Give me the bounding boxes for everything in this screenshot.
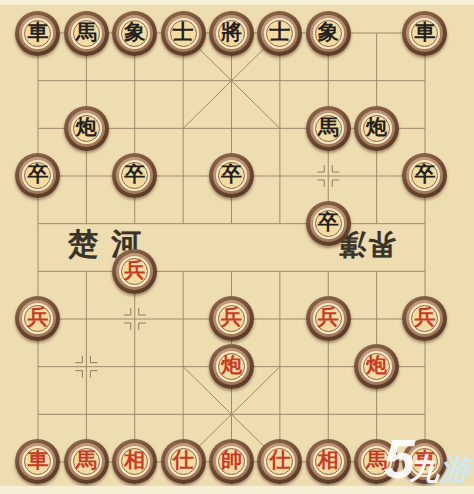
piece-ring: 炮 (216, 351, 247, 382)
piece-rim: 象 (310, 15, 347, 52)
piece-character: 馬 (318, 117, 339, 138)
board[interactable]: 車馬象士將士象車炮馬炮卒卒卒卒卒兵兵兵兵兵炮炮車馬相仕帥仕相馬車 (14, 9, 449, 486)
piece-ring: 炮 (71, 113, 102, 144)
piece-red-elephant[interactable]: 相 (306, 439, 351, 484)
piece-character: 炮 (366, 355, 387, 376)
piece-red-soldier[interactable]: 兵 (306, 296, 351, 341)
piece-ring: 卒 (216, 160, 247, 191)
piece-red-horse[interactable]: 馬 (64, 439, 109, 484)
piece-rim: 士 (165, 15, 202, 52)
piece-character: 炮 (76, 117, 97, 138)
piece-rim: 士 (261, 15, 298, 52)
piece-character: 象 (124, 22, 145, 43)
piece-face: 卒 (121, 162, 148, 189)
piece-black-advisor[interactable]: 士 (161, 11, 206, 56)
piece-red-cannon[interactable]: 炮 (354, 344, 399, 389)
piece-red-soldier[interactable]: 兵 (402, 296, 447, 341)
piece-rim: 卒 (310, 205, 347, 242)
top-edge-strip (0, 0, 474, 5)
piece-rim: 兵 (310, 300, 347, 337)
piece-character: 仕 (173, 450, 194, 471)
piece-character: 炮 (221, 355, 242, 376)
piece-character: 炮 (366, 117, 387, 138)
piece-rim: 將 (213, 15, 250, 52)
piece-face: 車 (411, 20, 438, 47)
piece-character: 將 (221, 22, 242, 43)
piece-face: 仕 (266, 448, 293, 475)
piece-ring: 車 (409, 18, 440, 49)
piece-rim: 炮 (358, 110, 395, 147)
piece-black-advisor[interactable]: 士 (257, 11, 302, 56)
piece-rim: 卒 (116, 157, 153, 194)
piece-ring: 帥 (216, 446, 247, 477)
piece-black-cannon[interactable]: 炮 (354, 106, 399, 151)
piece-character: 兵 (124, 260, 145, 281)
piece-character: 兵 (414, 307, 435, 328)
piece-face: 兵 (24, 305, 51, 332)
piece-ring: 士 (168, 18, 199, 49)
piece-ring: 兵 (313, 303, 344, 334)
piece-face: 馬 (315, 115, 342, 142)
piece-character: 相 (318, 450, 339, 471)
piece-character: 車 (27, 22, 48, 43)
piece-character: 士 (173, 22, 194, 43)
piece-ring: 兵 (216, 303, 247, 334)
piece-black-horse[interactable]: 馬 (64, 11, 109, 56)
piece-ring: 馬 (71, 446, 102, 477)
piece-character: 卒 (221, 164, 242, 185)
piece-face: 車 (24, 448, 51, 475)
piece-red-horse[interactable]: 馬 (354, 439, 399, 484)
piece-red-chariot[interactable]: 車 (402, 439, 447, 484)
piece-face: 象 (315, 20, 342, 47)
piece-face: 兵 (315, 305, 342, 332)
piece-character: 士 (269, 22, 290, 43)
piece-face: 馬 (363, 448, 390, 475)
piece-rim: 車 (406, 15, 443, 52)
piece-rim: 炮 (358, 348, 395, 385)
piece-black-soldier[interactable]: 卒 (112, 153, 157, 198)
piece-character: 馬 (366, 450, 387, 471)
piece-ring: 卒 (22, 160, 53, 191)
piece-black-horse[interactable]: 馬 (306, 106, 351, 151)
piece-face: 車 (24, 20, 51, 47)
piece-ring: 仕 (264, 446, 295, 477)
piece-ring: 卒 (119, 160, 150, 191)
piece-rim: 卒 (213, 157, 250, 194)
piece-rim: 馬 (310, 110, 347, 147)
piece-rim: 仕 (165, 443, 202, 480)
piece-red-cannon[interactable]: 炮 (209, 344, 254, 389)
piece-ring: 卒 (313, 208, 344, 239)
piece-face: 兵 (121, 258, 148, 285)
piece-ring: 卒 (409, 160, 440, 191)
piece-ring: 士 (264, 18, 295, 49)
piece-red-soldier[interactable]: 兵 (15, 296, 60, 341)
piece-character: 象 (318, 22, 339, 43)
piece-face: 炮 (363, 115, 390, 142)
piece-face: 相 (121, 448, 148, 475)
piece-rim: 車 (406, 443, 443, 480)
piece-character: 卒 (124, 164, 145, 185)
piece-red-advisor[interactable]: 仕 (257, 439, 302, 484)
piece-character: 兵 (318, 307, 339, 328)
piece-character: 仕 (269, 450, 290, 471)
piece-black-elephant[interactable]: 象 (306, 11, 351, 56)
piece-character: 帥 (221, 450, 242, 471)
piece-ring: 炮 (361, 351, 392, 382)
piece-face: 士 (170, 20, 197, 47)
piece-black-soldier[interactable]: 卒 (209, 153, 254, 198)
piece-ring: 車 (409, 446, 440, 477)
piece-rim: 象 (116, 15, 153, 52)
piece-face: 馬 (73, 448, 100, 475)
piece-face: 兵 (411, 305, 438, 332)
piece-rim: 馬 (358, 443, 395, 480)
piece-face: 相 (315, 448, 342, 475)
piece-face: 仕 (170, 448, 197, 475)
piece-red-elephant[interactable]: 相 (112, 439, 157, 484)
piece-ring: 將 (216, 18, 247, 49)
piece-ring: 馬 (71, 18, 102, 49)
piece-rim: 兵 (213, 300, 250, 337)
piece-character: 卒 (27, 164, 48, 185)
piece-face: 車 (411, 448, 438, 475)
piece-face: 帥 (218, 448, 245, 475)
piece-character: 車 (414, 22, 435, 43)
piece-face: 卒 (218, 162, 245, 189)
piece-face: 卒 (315, 210, 342, 237)
piece-ring: 象 (313, 18, 344, 49)
piece-character: 車 (27, 450, 48, 471)
piece-face: 馬 (73, 20, 100, 47)
piece-rim: 仕 (261, 443, 298, 480)
piece-ring: 馬 (313, 113, 344, 144)
piece-ring: 仕 (168, 446, 199, 477)
piece-face: 炮 (363, 353, 390, 380)
piece-rim: 卒 (19, 157, 56, 194)
piece-ring: 炮 (361, 113, 392, 144)
piece-character: 馬 (76, 450, 97, 471)
piece-ring: 相 (119, 446, 150, 477)
piece-rim: 兵 (406, 300, 443, 337)
piece-character: 卒 (318, 212, 339, 233)
piece-red-chariot[interactable]: 車 (15, 439, 60, 484)
piece-black-chariot[interactable]: 車 (15, 11, 60, 56)
piece-face: 卒 (24, 162, 51, 189)
piece-character: 馬 (76, 22, 97, 43)
piece-character: 兵 (27, 307, 48, 328)
piece-black-soldier[interactable]: 卒 (15, 153, 60, 198)
piece-face: 兵 (218, 305, 245, 332)
piece-face: 將 (218, 20, 245, 47)
xiangqi-game-screen: 楚河 漢界 車馬象士將士象車炮馬炮卒卒卒卒卒兵兵兵兵兵炮炮車馬相仕帥仕相馬車 5… (0, 0, 474, 494)
piece-ring: 車 (22, 446, 53, 477)
piece-rim: 帥 (213, 443, 250, 480)
piece-ring: 馬 (361, 446, 392, 477)
piece-face: 象 (121, 20, 148, 47)
piece-ring: 車 (22, 18, 53, 49)
piece-black-soldier[interactable]: 卒 (306, 201, 351, 246)
piece-rim: 兵 (116, 253, 153, 290)
bottom-edge-strip (0, 486, 474, 494)
piece-face: 卒 (411, 162, 438, 189)
piece-ring: 相 (313, 446, 344, 477)
piece-rim: 馬 (68, 443, 105, 480)
piece-black-chariot[interactable]: 車 (402, 11, 447, 56)
piece-face: 士 (266, 20, 293, 47)
piece-ring: 象 (119, 18, 150, 49)
piece-black-soldier[interactable]: 卒 (402, 153, 447, 198)
piece-rim: 炮 (68, 110, 105, 147)
piece-rim: 兵 (19, 300, 56, 337)
piece-red-advisor[interactable]: 仕 (161, 439, 206, 484)
piece-character: 車 (414, 450, 435, 471)
piece-black-elephant[interactable]: 象 (112, 11, 157, 56)
piece-black-general[interactable]: 將 (209, 11, 254, 56)
piece-red-soldier[interactable]: 兵 (112, 249, 157, 294)
piece-ring: 兵 (22, 303, 53, 334)
piece-rim: 炮 (213, 348, 250, 385)
piece-rim: 車 (19, 15, 56, 52)
piece-ring: 兵 (119, 256, 150, 287)
piece-character: 兵 (221, 307, 242, 328)
piece-ring: 兵 (409, 303, 440, 334)
piece-rim: 車 (19, 443, 56, 480)
piece-black-cannon[interactable]: 炮 (64, 106, 109, 151)
piece-face: 炮 (73, 115, 100, 142)
piece-character: 卒 (414, 164, 435, 185)
piece-face: 炮 (218, 353, 245, 380)
piece-rim: 馬 (68, 15, 105, 52)
piece-red-general[interactable]: 帥 (209, 439, 254, 484)
piece-rim: 卒 (406, 157, 443, 194)
piece-character: 相 (124, 450, 145, 471)
piece-red-soldier[interactable]: 兵 (209, 296, 254, 341)
piece-rim: 相 (116, 443, 153, 480)
piece-rim: 相 (310, 443, 347, 480)
